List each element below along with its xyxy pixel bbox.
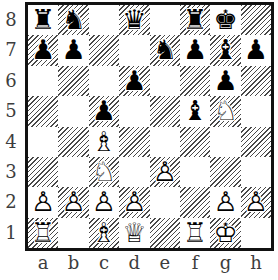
piece-white-knight: ♞♘ [210, 96, 240, 126]
piece-white-pawn: ♟♙ [28, 187, 58, 217]
file-label-a: a [28, 250, 58, 276]
square-d1[interactable]: ♛♕ [119, 218, 149, 248]
piece-black-king: ♚♚ [210, 5, 240, 35]
file-label-d: d [119, 250, 149, 276]
square-f4[interactable] [180, 127, 210, 157]
chess-diagram: 87654321 ♜♜♞♞♛♛♜♜♚♚♟♟♟♟♞♞♟♟♝♝♟♟♟♟♟♟♟♟♝♝♞… [0, 0, 278, 280]
piece-black-pawn: ♟♟ [28, 35, 58, 65]
square-h3[interactable] [241, 157, 271, 187]
square-d4[interactable] [119, 127, 149, 157]
square-b1[interactable] [58, 218, 88, 248]
square-a6[interactable] [28, 66, 58, 96]
piece-white-rook: ♜♖ [180, 218, 210, 248]
square-g8[interactable]: ♚♚ [210, 5, 240, 35]
piece-white-pawn: ♟♙ [58, 187, 88, 217]
square-g2[interactable]: ♟♙ [210, 187, 240, 217]
square-g5[interactable]: ♞♘ [210, 96, 240, 126]
square-d5[interactable] [119, 96, 149, 126]
piece-white-knight: ♞♘ [89, 157, 119, 187]
chess-board: ♜♜♞♞♛♛♜♜♚♚♟♟♟♟♞♞♟♟♝♝♟♟♟♟♟♟♟♟♝♝♞♘♝♗♞♘♟♙♟♙… [25, 2, 274, 251]
square-h7[interactable]: ♟♟ [241, 35, 271, 65]
piece-white-pawn: ♟♙ [210, 187, 240, 217]
square-c7[interactable] [89, 35, 119, 65]
square-g7[interactable]: ♝♝ [210, 35, 240, 65]
square-b7[interactable]: ♟♟ [58, 35, 88, 65]
square-f7[interactable]: ♟♟ [180, 35, 210, 65]
piece-white-pawn: ♟♙ [150, 157, 180, 187]
square-d7[interactable] [119, 35, 149, 65]
piece-white-queen: ♛♕ [119, 218, 149, 248]
piece-white-bishop: ♝♗ [89, 127, 119, 157]
rank-label-7: 7 [0, 35, 22, 65]
square-a4[interactable] [28, 127, 58, 157]
square-b5[interactable] [58, 96, 88, 126]
square-a5[interactable] [28, 96, 58, 126]
square-a7[interactable]: ♟♟ [28, 35, 58, 65]
square-c1[interactable]: ♝♗ [89, 218, 119, 248]
square-e7[interactable]: ♞♞ [150, 35, 180, 65]
piece-white-pawn: ♟♙ [119, 187, 149, 217]
square-e1[interactable] [150, 218, 180, 248]
rank-label-4: 4 [0, 127, 22, 157]
file-label-f: f [180, 250, 210, 276]
square-f8[interactable]: ♜♜ [180, 5, 210, 35]
file-label-c: c [89, 250, 119, 276]
square-h1[interactable] [241, 218, 271, 248]
rank-label-1: 1 [0, 218, 22, 248]
rank-label-6: 6 [0, 66, 22, 96]
file-labels: abcdefgh [28, 250, 271, 276]
file-label-h: h [241, 250, 271, 276]
piece-black-bishop: ♝♝ [180, 96, 210, 126]
piece-black-bishop: ♝♝ [210, 35, 240, 65]
file-label-e: e [150, 250, 180, 276]
square-f5[interactable]: ♝♝ [180, 96, 210, 126]
square-f6[interactable] [180, 66, 210, 96]
square-c5[interactable]: ♟♟ [89, 96, 119, 126]
file-label-b: b [58, 250, 88, 276]
rank-label-2: 2 [0, 187, 22, 217]
square-h5[interactable] [241, 96, 271, 126]
square-b8[interactable]: ♞♞ [58, 5, 88, 35]
square-g1[interactable]: ♚♔ [210, 218, 240, 248]
piece-black-pawn: ♟♟ [89, 96, 119, 126]
square-c8[interactable] [89, 5, 119, 35]
square-a3[interactable] [28, 157, 58, 187]
square-e4[interactable] [150, 127, 180, 157]
piece-black-knight: ♞♞ [58, 5, 88, 35]
square-d6[interactable]: ♟♟ [119, 66, 149, 96]
square-h8[interactable] [241, 5, 271, 35]
piece-black-rook: ♜♜ [180, 5, 210, 35]
piece-white-bishop: ♝♗ [89, 218, 119, 248]
piece-white-rook: ♜♖ [28, 218, 58, 248]
piece-black-pawn: ♟♟ [58, 35, 88, 65]
piece-black-pawn: ♟♟ [180, 35, 210, 65]
square-f2[interactable] [180, 187, 210, 217]
square-g3[interactable] [210, 157, 240, 187]
square-h2[interactable]: ♟♙ [241, 187, 271, 217]
square-c6[interactable] [89, 66, 119, 96]
piece-white-pawn: ♟♙ [89, 187, 119, 217]
piece-black-pawn: ♟♟ [119, 66, 149, 96]
square-d8[interactable]: ♛♛ [119, 5, 149, 35]
square-e5[interactable] [150, 96, 180, 126]
square-h4[interactable] [241, 127, 271, 157]
piece-black-pawn: ♟♟ [241, 35, 271, 65]
piece-white-pawn: ♟♙ [241, 187, 271, 217]
square-a8[interactable]: ♜♜ [28, 5, 58, 35]
square-b3[interactable] [58, 157, 88, 187]
piece-black-knight: ♞♞ [150, 35, 180, 65]
square-b2[interactable]: ♟♙ [58, 187, 88, 217]
square-e8[interactable] [150, 5, 180, 35]
square-a1[interactable]: ♜♖ [28, 218, 58, 248]
square-g6[interactable]: ♟♟ [210, 66, 240, 96]
square-a2[interactable]: ♟♙ [28, 187, 58, 217]
square-f3[interactable] [180, 157, 210, 187]
square-e2[interactable] [150, 187, 180, 217]
piece-black-rook: ♜♜ [28, 5, 58, 35]
rank-labels: 87654321 [0, 5, 22, 248]
square-h6[interactable] [241, 66, 271, 96]
rank-label-5: 5 [0, 96, 22, 126]
square-d3[interactable] [119, 157, 149, 187]
square-e6[interactable] [150, 66, 180, 96]
square-g4[interactable] [210, 127, 240, 157]
rank-label-3: 3 [0, 157, 22, 187]
square-f1[interactable]: ♜♖ [180, 218, 210, 248]
square-b4[interactable] [58, 127, 88, 157]
rank-label-8: 8 [0, 5, 22, 35]
file-label-g: g [210, 250, 240, 276]
piece-white-king: ♚♔ [210, 218, 240, 248]
piece-black-queen: ♛♛ [119, 5, 149, 35]
piece-black-pawn: ♟♟ [210, 66, 240, 96]
square-c2[interactable]: ♟♙ [89, 187, 119, 217]
square-b6[interactable] [58, 66, 88, 96]
square-c4[interactable]: ♝♗ [89, 127, 119, 157]
square-c3[interactable]: ♞♘ [89, 157, 119, 187]
square-d2[interactable]: ♟♙ [119, 187, 149, 217]
square-e3[interactable]: ♟♙ [150, 157, 180, 187]
